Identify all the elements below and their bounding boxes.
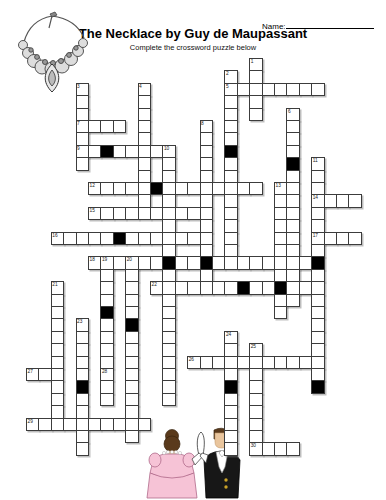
cell-r10c17[interactable] (237, 182, 250, 195)
cell-r27c16[interactable] (224, 393, 237, 406)
cell-r7c21[interactable] (286, 145, 299, 158)
cell-r25c4[interactable] (76, 368, 89, 381)
cell-r26c16-black (224, 380, 237, 393)
cell-r14c10[interactable] (150, 232, 163, 245)
cell-r11c11[interactable] (162, 194, 175, 207)
cell-r15c21[interactable] (286, 244, 299, 257)
cell-r30c18[interactable] (249, 430, 262, 443)
cell-r15c20[interactable] (274, 244, 287, 257)
cell-r20c2[interactable] (51, 306, 64, 319)
cell-r24c17[interactable] (237, 356, 250, 369)
cell-r25c2[interactable] (51, 368, 64, 381)
cell-r18c2[interactable] (51, 281, 64, 294)
cell-r24c11[interactable] (162, 356, 175, 369)
cell-r27c6[interactable] (100, 393, 113, 406)
cell-r18c15[interactable] (212, 281, 225, 294)
cell-r26c11[interactable] (162, 380, 175, 393)
cell-r1c18[interactable] (249, 70, 262, 83)
cell-r25c16[interactable] (224, 368, 237, 381)
cell-r16c5[interactable] (88, 256, 101, 269)
cell-r7c9[interactable] (138, 145, 151, 158)
cell-r14c7-black (113, 232, 126, 245)
cell-r22c8[interactable] (125, 331, 138, 344)
cell-r18c11[interactable] (162, 281, 175, 294)
cell-r14c25[interactable] (336, 232, 349, 245)
cell-r18c12[interactable] (175, 281, 188, 294)
cell-r8c21-black (286, 157, 299, 170)
cell-r7c6-black (100, 145, 113, 158)
cell-r4c18[interactable] (249, 108, 262, 121)
cell-r18c20-black (274, 281, 287, 294)
cell-r23c18[interactable] (249, 343, 262, 356)
cell-r24c20[interactable] (274, 356, 287, 369)
cell-r2c9[interactable] (138, 83, 151, 96)
cell-r14c2[interactable] (51, 232, 64, 245)
cell-r2c18[interactable] (249, 83, 262, 96)
cell-r13c23[interactable] (311, 219, 324, 232)
cell-r8c16[interactable] (224, 157, 237, 170)
cell-r24c18[interactable] (249, 356, 262, 369)
cell-r21c8-black (125, 318, 138, 331)
cell-r28c2[interactable] (51, 405, 64, 418)
cell-r14c24[interactable] (324, 232, 337, 245)
cell-r9c16[interactable] (224, 170, 237, 183)
cell-r16c12[interactable] (175, 256, 188, 269)
cell-r12c8[interactable] (125, 207, 138, 220)
cell-r2c17[interactable] (237, 83, 250, 96)
cell-r16c13[interactable] (187, 256, 200, 269)
cell-r15c11[interactable] (162, 244, 175, 257)
cell-r2c4[interactable] (76, 83, 89, 96)
cell-r24c14[interactable] (200, 356, 213, 369)
cell-r2c22[interactable] (299, 83, 312, 96)
cell-r8c23[interactable] (311, 157, 324, 170)
cell-r2c20[interactable] (274, 83, 287, 96)
cell-r7c10[interactable] (150, 145, 163, 158)
cell-r23c23[interactable] (311, 343, 324, 356)
cell-r16c22[interactable] (299, 256, 312, 269)
cell-r24c2[interactable] (51, 356, 64, 369)
cell-r16c21[interactable] (286, 256, 299, 269)
cell-r16c10[interactable] (150, 256, 163, 269)
cell-r14c21[interactable] (286, 232, 299, 245)
cell-r14c23[interactable] (311, 232, 324, 245)
cell-r29c18[interactable] (249, 418, 262, 431)
cell-r25c18[interactable] (249, 368, 262, 381)
cell-r29c2[interactable] (51, 418, 64, 431)
cell-r26c23-black (311, 380, 324, 393)
cell-r10c6[interactable] (100, 182, 113, 195)
cell-r18c22[interactable] (299, 281, 312, 294)
cell-r18c17-black (237, 281, 250, 294)
cell-r28c4[interactable] (76, 405, 89, 418)
cell-r21c6[interactable] (100, 318, 113, 331)
cell-r8c14[interactable] (200, 157, 213, 170)
cell-r16c6[interactable] (100, 256, 113, 269)
cell-r26c18[interactable] (249, 380, 262, 393)
cell-r24c6[interactable] (100, 356, 113, 369)
cell-r21c2[interactable] (51, 318, 64, 331)
cell-r1c16[interactable] (224, 70, 237, 83)
cell-r19c8[interactable] (125, 294, 138, 307)
cell-r5c9[interactable] (138, 120, 151, 133)
cell-r14c11[interactable] (162, 232, 175, 245)
cell-r31c16[interactable] (224, 442, 237, 455)
cell-r5c7[interactable] (113, 120, 126, 133)
cell-r10c8[interactable] (125, 182, 138, 195)
cell-r14c4[interactable] (76, 232, 89, 245)
cell-r26c4-black (76, 380, 89, 393)
cell-r10c11[interactable] (162, 182, 175, 195)
cell-r27c11[interactable] (162, 393, 175, 406)
cell-r14c12[interactable] (175, 232, 188, 245)
cell-r20c11[interactable] (162, 306, 175, 319)
cell-r8c9[interactable] (138, 157, 151, 170)
cell-r12c10[interactable] (150, 207, 163, 220)
cell-r22c2[interactable] (51, 331, 64, 344)
cell-r11c9[interactable] (138, 194, 151, 207)
cell-r26c8[interactable] (125, 380, 138, 393)
cell-r26c2[interactable] (51, 380, 64, 393)
cell-r12c9[interactable] (138, 207, 151, 220)
cell-r17c8[interactable] (125, 269, 138, 282)
cell-r6c4[interactable] (76, 132, 89, 145)
cell-r22c6[interactable] (100, 331, 113, 344)
cell-r10c21[interactable] (286, 182, 299, 195)
cell-r4c9[interactable] (138, 108, 151, 121)
cell-r19c23[interactable] (311, 294, 324, 307)
cell-r13c16[interactable] (224, 219, 237, 232)
cell-r7c11[interactable] (162, 145, 175, 158)
cell-r23c11[interactable] (162, 343, 175, 356)
cell-r2c21[interactable] (286, 83, 299, 96)
cell-r10c10-black (150, 182, 163, 195)
cell-r12c6[interactable] (100, 207, 113, 220)
cell-r24c21[interactable] (286, 356, 299, 369)
cell-r13c21[interactable] (286, 219, 299, 232)
cell-r21c11[interactable] (162, 318, 175, 331)
cell-r23c2[interactable] (51, 343, 64, 356)
cell-r29c0[interactable] (26, 418, 39, 431)
cell-r10c9[interactable] (138, 182, 151, 195)
cell-r3c9[interactable] (138, 95, 151, 108)
cell-r31c20[interactable] (274, 442, 287, 455)
cell-r25c1[interactable] (38, 368, 51, 381)
cell-r15c16[interactable] (224, 244, 237, 257)
cell-r26c6[interactable] (100, 380, 113, 393)
cell-r8c11[interactable] (162, 157, 175, 170)
cell-r23c16[interactable] (224, 343, 237, 356)
cell-r28c18[interactable] (249, 405, 262, 418)
cell-r20c20[interactable] (274, 306, 287, 319)
cell-r7c5[interactable] (88, 145, 101, 158)
cell-r11c25[interactable] (336, 194, 349, 207)
cell-r7c16-black (224, 145, 237, 158)
cell-r12c16[interactable] (224, 207, 237, 220)
cell-r9c21[interactable] (286, 170, 299, 183)
cell-r17c11[interactable] (162, 269, 175, 282)
cell-r14c9[interactable] (138, 232, 151, 245)
cell-r13c14[interactable] (200, 219, 213, 232)
cell-r16c18[interactable] (249, 256, 262, 269)
cell-r5c14[interactable] (200, 120, 213, 133)
cell-r14c14[interactable] (200, 232, 213, 245)
cell-r24c15[interactable] (212, 356, 225, 369)
cell-r24c8[interactable] (125, 356, 138, 369)
cell-r29c3[interactable] (63, 418, 76, 431)
cell-r18c23[interactable] (311, 281, 324, 294)
cell-r31c4[interactable] (76, 442, 89, 455)
cell-r29c9[interactable] (138, 418, 151, 431)
cell-r10c14[interactable] (200, 182, 213, 195)
cell-r12c23[interactable] (311, 207, 324, 220)
cell-r29c6[interactable] (100, 418, 113, 431)
cell-r4c4[interactable] (76, 108, 89, 121)
cell-r12c11[interactable] (162, 207, 175, 220)
cell-r4c16[interactable] (224, 108, 237, 121)
cell-r6c14[interactable] (200, 132, 213, 145)
cell-r17c6[interactable] (100, 269, 113, 282)
cell-r14c26[interactable] (348, 232, 361, 245)
cell-r10c23[interactable] (311, 182, 324, 195)
cell-r13c11[interactable] (162, 219, 175, 232)
cell-r16c20[interactable] (274, 256, 287, 269)
cell-r11c20[interactable] (274, 194, 287, 207)
cell-r14c6[interactable] (100, 232, 113, 245)
cell-r9c23[interactable] (311, 170, 324, 183)
cell-r10c20[interactable] (274, 182, 287, 195)
cell-r3c16[interactable] (224, 95, 237, 108)
cell-r16c11-black (162, 256, 175, 269)
cell-r18c14[interactable] (200, 281, 213, 294)
cell-r11c21[interactable] (286, 194, 299, 207)
cell-r11c26[interactable] (348, 194, 361, 207)
cell-r11c14[interactable] (200, 194, 213, 207)
cell-r20c6-black (100, 306, 113, 319)
cell-r24c13[interactable] (187, 356, 200, 369)
cell-r23c4[interactable] (76, 343, 89, 356)
cell-r29c1[interactable] (38, 418, 51, 431)
cell-r6c9[interactable] (138, 132, 151, 145)
cell-r27c4[interactable] (76, 393, 89, 406)
cell-r10c16[interactable] (224, 182, 237, 195)
cell-r18c19[interactable] (262, 281, 275, 294)
cell-r12c20[interactable] (274, 207, 287, 220)
cell-r29c7[interactable] (113, 418, 126, 431)
cell-r22c4[interactable] (76, 331, 89, 344)
cell-r10c13[interactable] (187, 182, 200, 195)
cell-r12c7[interactable] (113, 207, 126, 220)
cell-r15c14[interactable] (200, 244, 213, 257)
cell-r17c23[interactable] (311, 269, 324, 282)
cell-r25c6[interactable] (100, 368, 113, 381)
cell-r24c16[interactable] (224, 356, 237, 369)
cell-r29c16[interactable] (224, 418, 237, 431)
worksheet-page: Name: The Necklace by Guy de Maupassant … (0, 0, 386, 500)
dancing-couple-icon (142, 427, 260, 500)
cell-r16c23-black (311, 256, 324, 269)
cell-r27c18[interactable] (249, 393, 262, 406)
cell-r5c6[interactable] (100, 120, 113, 133)
cell-r9c11[interactable] (162, 170, 175, 183)
cell-r10c12[interactable] (175, 182, 188, 195)
cell-r29c5[interactable] (88, 418, 101, 431)
cell-r29c8[interactable] (125, 418, 138, 431)
cell-r6c21[interactable] (286, 132, 299, 145)
cell-r28c16[interactable] (224, 405, 237, 418)
cell-r5c21[interactable] (286, 120, 299, 133)
cell-r2c19[interactable] (262, 83, 275, 96)
cell-r19c20[interactable] (274, 294, 287, 307)
cell-r17c14[interactable] (200, 269, 213, 282)
cell-r18c10[interactable] (150, 281, 163, 294)
cell-r11c24[interactable] (324, 194, 337, 207)
cell-r22c11[interactable] (162, 331, 175, 344)
cell-r21c4[interactable] (76, 318, 89, 331)
cell-r19c11[interactable] (162, 294, 175, 307)
cell-r5c16[interactable] (224, 120, 237, 133)
cell-r16c7[interactable] (113, 256, 126, 269)
cell-r8c4[interactable] (76, 157, 89, 170)
cell-r10c7[interactable] (113, 182, 126, 195)
cell-r14c8[interactable] (125, 232, 138, 245)
cell-r7c14[interactable] (200, 145, 213, 158)
cell-r12c14[interactable] (200, 207, 213, 220)
cell-r25c0[interactable] (26, 368, 39, 381)
cell-r4c21[interactable] (286, 108, 299, 121)
cell-r12c21[interactable] (286, 207, 299, 220)
cell-r12c12[interactable] (175, 207, 188, 220)
cell-r23c6[interactable] (100, 343, 113, 356)
cell-r24c22[interactable] (299, 356, 312, 369)
cell-r30c4[interactable] (76, 430, 89, 443)
cell-r14c13[interactable] (187, 232, 200, 245)
cell-r31c21[interactable] (286, 442, 299, 455)
cell-r3c4[interactable] (76, 95, 89, 108)
cell-r22c16[interactable] (224, 331, 237, 344)
cell-r11c23[interactable] (311, 194, 324, 207)
cell-r10c18[interactable] (249, 182, 262, 195)
cell-r27c2[interactable] (51, 393, 64, 406)
cell-r16c16[interactable] (224, 256, 237, 269)
cell-r31c18[interactable] (249, 442, 262, 455)
cell-r19c21[interactable] (286, 294, 299, 307)
cell-r23c8[interactable] (125, 343, 138, 356)
cell-r16c15[interactable] (212, 256, 225, 269)
cell-r7c8[interactable] (125, 145, 138, 158)
cell-r16c17[interactable] (237, 256, 250, 269)
cell-r20c8[interactable] (125, 306, 138, 319)
cell-r27c8[interactable] (125, 393, 138, 406)
cell-r25c11[interactable] (162, 368, 175, 381)
cell-r10c5[interactable] (88, 182, 101, 195)
cell-r24c23[interactable] (311, 356, 324, 369)
cell-r29c4[interactable] (76, 418, 89, 431)
cell-r18c8[interactable] (125, 281, 138, 294)
cell-r11c16[interactable] (224, 194, 237, 207)
cell-r6c16[interactable] (224, 132, 237, 145)
cell-r20c23[interactable] (311, 306, 324, 319)
cell-r22c23[interactable] (311, 331, 324, 344)
cell-r2c16[interactable] (224, 83, 237, 96)
cell-r25c8[interactable] (125, 368, 138, 381)
cell-r14c3[interactable] (63, 232, 76, 245)
cell-r25c23[interactable] (311, 368, 324, 381)
cell-r9c14[interactable] (200, 170, 213, 183)
cell-r17c20[interactable] (274, 269, 287, 282)
cell-r18c16[interactable] (224, 281, 237, 294)
cell-r18c21[interactable] (286, 281, 299, 294)
cell-r18c6[interactable] (100, 281, 113, 294)
cell-r16c8[interactable] (125, 256, 138, 269)
cell-r9c9[interactable] (138, 170, 151, 183)
cell-r24c4[interactable] (76, 356, 89, 369)
cell-r17c21[interactable] (286, 269, 299, 282)
cell-r12c5[interactable] (88, 207, 101, 220)
cell-r16c19[interactable] (262, 256, 275, 269)
cell-r7c4[interactable] (76, 145, 89, 158)
cell-r28c8[interactable] (125, 405, 138, 418)
cell-r14c20[interactable] (274, 232, 287, 245)
cell-r10c15[interactable] (212, 182, 225, 195)
cell-r5c5[interactable] (88, 120, 101, 133)
cell-r12c13[interactable] (187, 207, 200, 220)
cell-r0c18[interactable] (249, 58, 262, 71)
cell-r3c18[interactable] (249, 95, 262, 108)
cell-r16c14-black (200, 256, 213, 269)
cell-r14c16[interactable] (224, 232, 237, 245)
cell-r14c5[interactable] (88, 232, 101, 245)
cell-r24c19[interactable] (262, 356, 275, 369)
cell-r19c6[interactable] (100, 294, 113, 307)
cell-r21c23[interactable] (311, 318, 324, 331)
cell-r15c23[interactable] (311, 244, 324, 257)
cell-r2c23[interactable] (311, 83, 324, 96)
cell-r7c7[interactable] (113, 145, 126, 158)
cell-r18c13[interactable] (187, 281, 200, 294)
cell-r31c19[interactable] (262, 442, 275, 455)
cell-r19c2[interactable] (51, 294, 64, 307)
cell-r30c8[interactable] (125, 430, 138, 443)
cell-r13c20[interactable] (274, 219, 287, 232)
cell-r30c16[interactable] (224, 430, 237, 443)
cell-r18c18[interactable] (249, 281, 262, 294)
cell-r16c9[interactable] (138, 256, 151, 269)
cell-r5c4[interactable] (76, 120, 89, 133)
